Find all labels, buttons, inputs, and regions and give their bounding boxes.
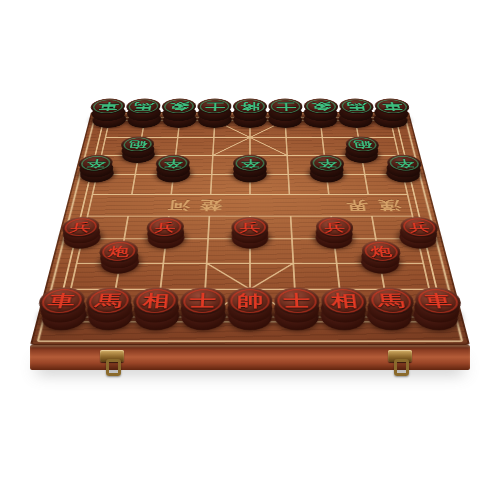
piece-character: 兵 — [69, 220, 93, 235]
piece-character: 馬 — [132, 100, 154, 112]
piece-red-horse-left[interactable]: 馬 — [86, 303, 135, 331]
piece-red-chariot-left[interactable]: 車 — [39, 303, 90, 331]
piece-green-horse-left[interactable]: 馬 — [126, 113, 162, 129]
piece-character: 兵 — [324, 220, 346, 235]
piece-red-soldier-2[interactable]: 兵 — [146, 229, 185, 250]
piece-character: 卒 — [85, 157, 106, 170]
piece-green-elephant-left[interactable]: 象 — [162, 113, 198, 129]
brass-clasp-right[interactable] — [388, 350, 412, 362]
piece-green-horse-right[interactable]: 馬 — [337, 113, 373, 129]
piece-character: 馬 — [376, 290, 406, 311]
piece-character: 車 — [381, 100, 404, 112]
piece-green-advisor-left[interactable]: 士 — [197, 113, 232, 129]
piece-character: 卒 — [394, 157, 415, 170]
piece-character: 卒 — [163, 157, 183, 170]
piece-green-general[interactable]: 將 — [233, 113, 267, 129]
piece-character: 士 — [204, 100, 225, 112]
piece-green-soldier-3[interactable]: 卒 — [233, 166, 267, 183]
piece-character: 帥 — [237, 290, 264, 311]
piece-top-face: 帥 — [227, 287, 273, 314]
piece-character: 相 — [141, 290, 170, 311]
piece-green-soldier-4[interactable]: 卒 — [309, 166, 344, 183]
board-scene: 楚河 漢界 車馬象士將士象馬車砲砲卒卒卒卒卒兵兵兵兵兵炮炮車馬相士帥士相馬車 — [30, 0, 470, 345]
board-front-edge — [30, 345, 470, 370]
piece-red-cannon-right[interactable]: 炮 — [359, 252, 401, 274]
piece-red-cannon-left[interactable]: 炮 — [99, 252, 141, 274]
piece-green-soldier-2[interactable]: 卒 — [156, 166, 191, 183]
piece-character: 將 — [240, 100, 260, 112]
pieces-layer: 車馬象士將士象馬車砲砲卒卒卒卒卒兵兵兵兵兵炮炮車馬相士帥士相馬車 — [37, 112, 462, 331]
piece-green-advisor-right[interactable]: 士 — [268, 113, 303, 129]
piece-character: 砲 — [128, 138, 148, 150]
piece-red-elephant-left[interactable]: 相 — [133, 303, 181, 331]
piece-top-face: 將 — [233, 99, 267, 115]
piece-red-general[interactable]: 帥 — [227, 303, 272, 331]
piece-character: 車 — [96, 100, 119, 112]
piece-green-cannon-left[interactable]: 砲 — [121, 147, 156, 163]
piece-red-soldier-4[interactable]: 兵 — [315, 229, 354, 250]
piece-red-soldier-1[interactable]: 兵 — [61, 229, 102, 250]
piece-green-elephant-right[interactable]: 象 — [303, 113, 339, 129]
piece-character: 兵 — [154, 220, 176, 235]
piece-character: 砲 — [352, 138, 372, 150]
xiangqi-board: 楚河 漢界 車馬象士將士象馬車砲砲卒卒卒卒卒兵兵兵兵兵炮炮車馬相士帥士相馬車 — [30, 112, 470, 345]
piece-top-face: 士 — [268, 99, 303, 115]
piece-character: 象 — [310, 100, 331, 112]
piece-red-chariot-right[interactable]: 車 — [411, 303, 462, 331]
piece-green-soldier-5[interactable]: 卒 — [385, 166, 422, 183]
piece-character: 兵 — [240, 220, 260, 235]
piece-top-face: 兵 — [231, 217, 269, 237]
piece-green-chariot-left[interactable]: 車 — [90, 113, 127, 129]
piece-top-face: 士 — [274, 287, 321, 314]
piece-green-chariot-right[interactable]: 車 — [372, 113, 409, 129]
piece-character: 卒 — [317, 157, 337, 170]
piece-character: 象 — [168, 100, 189, 112]
piece-red-advisor-right[interactable]: 士 — [274, 303, 320, 331]
piece-red-soldier-3[interactable]: 兵 — [231, 229, 268, 250]
piece-top-face: 象 — [303, 99, 339, 115]
piece-character: 士 — [275, 100, 296, 112]
piece-character: 相 — [330, 290, 359, 311]
piece-character: 兵 — [407, 220, 431, 235]
piece-character: 車 — [423, 290, 455, 311]
piece-red-horse-right[interactable]: 馬 — [365, 303, 414, 331]
piece-character: 炮 — [369, 243, 393, 259]
piece-red-elephant-right[interactable]: 相 — [319, 303, 367, 331]
piece-red-advisor-left[interactable]: 士 — [180, 303, 226, 331]
piece-green-soldier-1[interactable]: 卒 — [78, 166, 115, 183]
piece-character: 馬 — [346, 100, 368, 112]
piece-red-soldier-5[interactable]: 兵 — [397, 229, 438, 250]
piece-character: 士 — [283, 290, 311, 311]
piece-character: 車 — [46, 290, 78, 311]
piece-character: 士 — [189, 290, 217, 311]
piece-top-face: 卒 — [233, 155, 267, 172]
piece-character: 卒 — [241, 157, 260, 170]
brass-clasp-left[interactable] — [100, 350, 124, 362]
piece-green-cannon-right[interactable]: 砲 — [344, 147, 379, 163]
piece-top-face: 卒 — [309, 155, 345, 172]
product-photo: 楚河 漢界 車馬象士將士象馬車砲砲卒卒卒卒卒兵兵兵兵兵炮炮車馬相士帥士相馬車 — [0, 0, 500, 500]
piece-character: 馬 — [94, 290, 124, 311]
piece-character: 炮 — [107, 243, 131, 259]
